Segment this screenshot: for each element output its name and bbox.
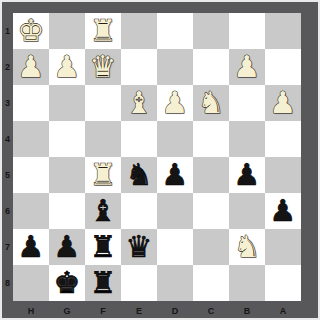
square-a1[interactable] — [265, 13, 301, 49]
square-f6[interactable]: ♝ — [85, 193, 121, 229]
file-label-a: A — [265, 303, 301, 318]
square-b6[interactable] — [229, 193, 265, 229]
square-g4[interactable] — [49, 121, 85, 157]
file-labels: HGFEDCBA — [13, 303, 301, 318]
piece-black-pawn[interactable]: ♟ — [157, 157, 193, 193]
file-label-c: C — [193, 303, 229, 318]
piece-black-king[interactable]: ♚ — [49, 265, 85, 301]
piece-white-pawn[interactable]: ♟ — [13, 49, 49, 85]
file-label-f: F — [85, 303, 121, 318]
piece-black-pawn[interactable]: ♟ — [49, 229, 85, 265]
rank-label-5: 5 — [2, 157, 13, 193]
square-d4[interactable] — [157, 121, 193, 157]
rank-label-4: 4 — [2, 121, 13, 157]
square-f5[interactable]: ♜ — [85, 157, 121, 193]
piece-white-pawn[interactable]: ♟ — [229, 49, 265, 85]
file-label-e: E — [121, 303, 157, 318]
piece-black-pawn[interactable]: ♟ — [13, 229, 49, 265]
square-f7[interactable]: ♜ — [85, 229, 121, 265]
square-h6[interactable] — [13, 193, 49, 229]
square-d2[interactable] — [157, 49, 193, 85]
chessboard-window: 12345678 ♚♜♟♟♛♟♝♟♞♟♜♞♟♟♝♟♟♟♜♛♞♚♜ HGFEDCB… — [0, 0, 320, 320]
square-g3[interactable] — [49, 85, 85, 121]
square-c2[interactable] — [193, 49, 229, 85]
square-e1[interactable] — [121, 13, 157, 49]
square-e3[interactable]: ♝ — [121, 85, 157, 121]
square-c7[interactable] — [193, 229, 229, 265]
file-label-g: G — [49, 303, 85, 318]
square-f8[interactable]: ♜ — [85, 265, 121, 301]
piece-black-rook[interactable]: ♜ — [85, 229, 121, 265]
square-g2[interactable]: ♟ — [49, 49, 85, 85]
piece-white-rook[interactable]: ♜ — [85, 157, 121, 193]
square-b2[interactable]: ♟ — [229, 49, 265, 85]
square-b7[interactable]: ♞ — [229, 229, 265, 265]
piece-black-pawn[interactable]: ♟ — [229, 157, 265, 193]
square-h8[interactable] — [13, 265, 49, 301]
square-c8[interactable] — [193, 265, 229, 301]
square-c6[interactable] — [193, 193, 229, 229]
rank-labels: 12345678 — [2, 13, 13, 301]
square-g8[interactable]: ♚ — [49, 265, 85, 301]
square-c1[interactable] — [193, 13, 229, 49]
rank-label-6: 6 — [2, 193, 13, 229]
piece-black-bishop[interactable]: ♝ — [85, 193, 121, 229]
chess-board: ♚♜♟♟♛♟♝♟♞♟♜♞♟♟♝♟♟♟♜♛♞♚♜ — [13, 13, 301, 301]
piece-white-pawn[interactable]: ♟ — [157, 85, 193, 121]
rank-label-2: 2 — [2, 49, 13, 85]
file-label-d: D — [157, 303, 193, 318]
square-a4[interactable] — [265, 121, 301, 157]
square-c4[interactable] — [193, 121, 229, 157]
square-e5[interactable]: ♞ — [121, 157, 157, 193]
square-d3[interactable]: ♟ — [157, 85, 193, 121]
piece-black-queen[interactable]: ♛ — [121, 229, 157, 265]
piece-black-knight[interactable]: ♞ — [121, 157, 157, 193]
square-d7[interactable] — [157, 229, 193, 265]
square-g5[interactable] — [49, 157, 85, 193]
file-label-b: B — [229, 303, 265, 318]
square-b4[interactable] — [229, 121, 265, 157]
square-c5[interactable] — [193, 157, 229, 193]
rank-label-1: 1 — [2, 13, 13, 49]
square-f1[interactable]: ♜ — [85, 13, 121, 49]
square-e7[interactable]: ♛ — [121, 229, 157, 265]
square-h5[interactable] — [13, 157, 49, 193]
rank-label-7: 7 — [2, 229, 13, 265]
square-d1[interactable] — [157, 13, 193, 49]
piece-white-knight[interactable]: ♞ — [193, 85, 229, 121]
square-d5[interactable]: ♟ — [157, 157, 193, 193]
square-a8[interactable] — [265, 265, 301, 301]
square-f4[interactable] — [85, 121, 121, 157]
piece-white-bishop[interactable]: ♝ — [121, 85, 157, 121]
piece-white-rook[interactable]: ♜ — [85, 13, 121, 49]
square-g1[interactable] — [49, 13, 85, 49]
square-g7[interactable]: ♟ — [49, 229, 85, 265]
square-h7[interactable]: ♟ — [13, 229, 49, 265]
square-a2[interactable] — [265, 49, 301, 85]
square-d8[interactable] — [157, 265, 193, 301]
square-e8[interactable] — [121, 265, 157, 301]
square-b1[interactable] — [229, 13, 265, 49]
square-c3[interactable]: ♞ — [193, 85, 229, 121]
piece-white-pawn[interactable]: ♟ — [49, 49, 85, 85]
square-b8[interactable] — [229, 265, 265, 301]
piece-white-pawn[interactable]: ♟ — [265, 85, 301, 121]
rank-label-8: 8 — [2, 265, 13, 301]
piece-white-knight[interactable]: ♞ — [229, 229, 265, 265]
square-h1[interactable]: ♚ — [13, 13, 49, 49]
square-h4[interactable] — [13, 121, 49, 157]
square-e2[interactable] — [121, 49, 157, 85]
square-a3[interactable]: ♟ — [265, 85, 301, 121]
square-a5[interactable] — [265, 157, 301, 193]
piece-black-rook[interactable]: ♜ — [85, 265, 121, 301]
file-label-h: H — [13, 303, 49, 318]
square-d6[interactable] — [157, 193, 193, 229]
square-b5[interactable]: ♟ — [229, 157, 265, 193]
square-e6[interactable] — [121, 193, 157, 229]
square-f2[interactable]: ♛ — [85, 49, 121, 85]
square-h3[interactable] — [13, 85, 49, 121]
square-f3[interactable] — [85, 85, 121, 121]
square-a6[interactable]: ♟ — [265, 193, 301, 229]
piece-black-pawn[interactable]: ♟ — [265, 193, 301, 229]
square-b3[interactable] — [229, 85, 265, 121]
rank-label-3: 3 — [2, 85, 13, 121]
square-e4[interactable] — [121, 121, 157, 157]
square-a7[interactable] — [265, 229, 301, 265]
square-h2[interactable]: ♟ — [13, 49, 49, 85]
piece-white-king[interactable]: ♚ — [13, 13, 49, 49]
piece-white-queen[interactable]: ♛ — [85, 49, 121, 85]
square-g6[interactable] — [49, 193, 85, 229]
